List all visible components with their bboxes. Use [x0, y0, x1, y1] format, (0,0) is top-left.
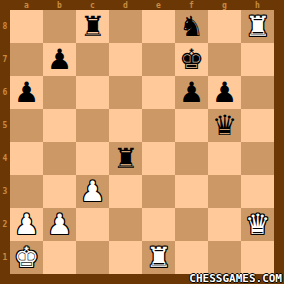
- square-f1[interactable]: [175, 241, 208, 274]
- file-label-c: c: [76, 0, 109, 10]
- file-label-b: b: [43, 0, 76, 10]
- file-labels: abcdefgh: [10, 0, 274, 10]
- square-g8[interactable]: [208, 10, 241, 43]
- piece-white-pawn: ♟: [47, 211, 72, 239]
- square-h5[interactable]: [241, 109, 274, 142]
- square-e7[interactable]: [142, 43, 175, 76]
- square-f5[interactable]: [175, 109, 208, 142]
- square-h1[interactable]: [241, 241, 274, 274]
- square-b5[interactable]: [43, 109, 76, 142]
- board-grid: ♜♞♜♟♚♟♟♟♛♜♟♟♟♛♚♜: [10, 10, 274, 274]
- file-label-d: d: [109, 0, 142, 10]
- piece-black-pawn: ♟: [14, 79, 39, 107]
- square-a7[interactable]: [10, 43, 43, 76]
- square-f6[interactable]: ♟: [175, 76, 208, 109]
- piece-black-pawn: ♟: [212, 79, 237, 107]
- square-d8[interactable]: [109, 10, 142, 43]
- square-b3[interactable]: [43, 175, 76, 208]
- square-a2[interactable]: ♟: [10, 208, 43, 241]
- square-f8[interactable]: ♞: [175, 10, 208, 43]
- piece-white-pawn: ♟: [14, 211, 39, 239]
- square-d5[interactable]: [109, 109, 142, 142]
- square-b6[interactable]: [43, 76, 76, 109]
- square-e1[interactable]: ♜: [142, 241, 175, 274]
- rank-label-4: 4: [0, 142, 10, 175]
- square-g1[interactable]: [208, 241, 241, 274]
- square-b7[interactable]: ♟: [43, 43, 76, 76]
- square-a4[interactable]: [10, 142, 43, 175]
- square-c6[interactable]: [76, 76, 109, 109]
- square-h8[interactable]: ♜: [241, 10, 274, 43]
- square-b2[interactable]: ♟: [43, 208, 76, 241]
- square-e8[interactable]: [142, 10, 175, 43]
- rank-label-1: 1: [0, 241, 10, 274]
- square-d1[interactable]: [109, 241, 142, 274]
- rank-label-7: 7: [0, 43, 10, 76]
- square-a6[interactable]: ♟: [10, 76, 43, 109]
- square-a1[interactable]: ♚: [10, 241, 43, 274]
- square-e6[interactable]: [142, 76, 175, 109]
- square-f4[interactable]: [175, 142, 208, 175]
- piece-black-rook: ♜: [113, 145, 138, 173]
- piece-white-queen: ♛: [245, 211, 270, 239]
- square-d4[interactable]: ♜: [109, 142, 142, 175]
- square-h4[interactable]: [241, 142, 274, 175]
- square-h3[interactable]: [241, 175, 274, 208]
- rank-label-3: 3: [0, 175, 10, 208]
- square-e5[interactable]: [142, 109, 175, 142]
- square-c3[interactable]: ♟: [76, 175, 109, 208]
- rank-label-5: 5: [0, 109, 10, 142]
- square-g7[interactable]: [208, 43, 241, 76]
- chessgames-watermark: CHESSGAMES.COM: [189, 274, 282, 284]
- piece-black-pawn: ♟: [179, 79, 204, 107]
- square-h6[interactable]: [241, 76, 274, 109]
- piece-black-queen: ♛: [212, 112, 237, 140]
- square-f2[interactable]: [175, 208, 208, 241]
- square-c7[interactable]: [76, 43, 109, 76]
- square-h7[interactable]: [241, 43, 274, 76]
- square-h2[interactable]: ♛: [241, 208, 274, 241]
- square-d6[interactable]: [109, 76, 142, 109]
- square-a3[interactable]: [10, 175, 43, 208]
- square-b4[interactable]: [43, 142, 76, 175]
- rank-labels: 87654321: [0, 10, 10, 274]
- square-d7[interactable]: [109, 43, 142, 76]
- file-label-g: g: [208, 0, 241, 10]
- square-f7[interactable]: ♚: [175, 43, 208, 76]
- rank-label-2: 2: [0, 208, 10, 241]
- rank-label-6: 6: [0, 76, 10, 109]
- square-g5[interactable]: ♛: [208, 109, 241, 142]
- square-g2[interactable]: [208, 208, 241, 241]
- square-b1[interactable]: [43, 241, 76, 274]
- file-label-a: a: [10, 0, 43, 10]
- square-e4[interactable]: [142, 142, 175, 175]
- square-c4[interactable]: [76, 142, 109, 175]
- piece-white-king: ♚: [14, 244, 39, 272]
- square-c2[interactable]: [76, 208, 109, 241]
- square-f3[interactable]: [175, 175, 208, 208]
- square-g4[interactable]: [208, 142, 241, 175]
- square-d2[interactable]: [109, 208, 142, 241]
- rank-label-8: 8: [0, 10, 10, 43]
- file-label-e: e: [142, 0, 175, 10]
- square-e2[interactable]: [142, 208, 175, 241]
- piece-black-king: ♚: [179, 46, 204, 74]
- piece-black-rook: ♜: [80, 13, 105, 41]
- file-label-h: h: [241, 0, 274, 10]
- chess-board: abcdefgh 87654321 ♜♞♜♟♚♟♟♟♛♜♟♟♟♛♚♜ CHESS…: [0, 0, 284, 284]
- piece-black-pawn: ♟: [47, 46, 72, 74]
- square-a8[interactable]: [10, 10, 43, 43]
- square-a5[interactable]: [10, 109, 43, 142]
- square-c5[interactable]: [76, 109, 109, 142]
- square-c8[interactable]: ♜: [76, 10, 109, 43]
- square-e3[interactable]: [142, 175, 175, 208]
- square-c1[interactable]: [76, 241, 109, 274]
- piece-black-knight: ♞: [179, 13, 204, 41]
- piece-white-rook: ♜: [245, 13, 270, 41]
- square-d3[interactable]: [109, 175, 142, 208]
- piece-white-rook: ♜: [146, 244, 171, 272]
- square-b8[interactable]: [43, 10, 76, 43]
- piece-white-pawn: ♟: [80, 178, 105, 206]
- square-g3[interactable]: [208, 175, 241, 208]
- file-label-f: f: [175, 0, 208, 10]
- square-g6[interactable]: ♟: [208, 76, 241, 109]
